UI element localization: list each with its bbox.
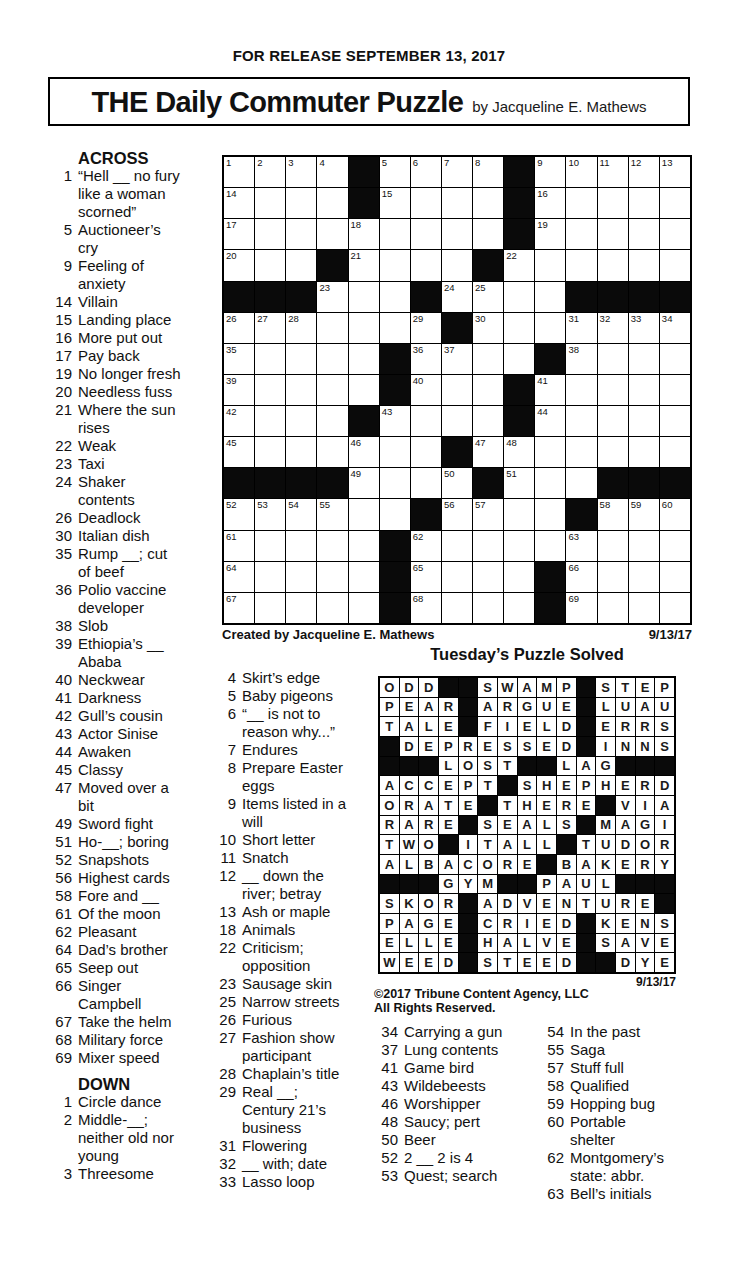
grid-cell[interactable]: [286, 344, 316, 374]
grid-cell[interactable]: [255, 531, 285, 561]
grid-cell[interactable]: 67: [224, 593, 254, 623]
cell-number: 16: [537, 188, 548, 199]
clue-text: Sword fight: [78, 815, 183, 833]
clue: 2Middle-__; neither old nor young: [52, 1111, 192, 1165]
solution-letter-cell: S: [518, 737, 537, 756]
grid-cell[interactable]: [535, 468, 565, 498]
grid-cell[interactable]: 62: [411, 531, 441, 561]
grid-cell[interactable]: 46: [349, 437, 379, 467]
grid-cell[interactable]: 16: [535, 188, 565, 218]
grid-cell[interactable]: 1: [224, 157, 254, 187]
grid-cell[interactable]: [660, 531, 690, 561]
clue-number: 44: [52, 743, 78, 761]
clue: 38Slob: [52, 617, 192, 635]
cell-number: 17: [226, 219, 237, 230]
grid-cell[interactable]: [411, 188, 441, 218]
grid-cell[interactable]: [504, 562, 534, 592]
grid-cell[interactable]: [442, 375, 472, 405]
grid-cell[interactable]: 52: [224, 499, 254, 529]
grid-cell[interactable]: 55: [317, 499, 347, 529]
grid-cell[interactable]: [255, 562, 285, 592]
grid-cell[interactable]: [317, 188, 347, 218]
grid-cell[interactable]: 44: [535, 406, 565, 436]
clue: 22Weak: [52, 437, 192, 455]
cell-number: 22: [506, 250, 517, 261]
grid-cell[interactable]: [380, 499, 410, 529]
grid-cell[interactable]: [504, 531, 534, 561]
grid-cell[interactable]: [411, 250, 441, 280]
puzzle-byline: by Jacqueline E. Mathews: [472, 99, 646, 114]
grid-cell[interactable]: 6: [411, 157, 441, 187]
grid-cell[interactable]: [473, 344, 503, 374]
grid-cell[interactable]: [349, 313, 379, 343]
grid-cell[interactable]: [629, 437, 659, 467]
grid-cell[interactable]: [255, 437, 285, 467]
clue-number: 21: [52, 401, 78, 437]
solution-letter-cell: R: [498, 698, 517, 717]
grid-cell[interactable]: [349, 593, 379, 623]
title-box: THE Daily Commuter Puzzle by Jacqueline …: [48, 77, 690, 126]
grid-cell[interactable]: [598, 188, 628, 218]
grid-cell[interactable]: [598, 375, 628, 405]
grid-cell[interactable]: [629, 562, 659, 592]
clue-number: 14: [52, 293, 78, 311]
grid-cell[interactable]: 65: [411, 562, 441, 592]
grid-cell[interactable]: 42: [224, 406, 254, 436]
block-cell: [349, 406, 379, 436]
solution-letter-cell: L: [400, 855, 419, 874]
grid-cell[interactable]: 41: [535, 375, 565, 405]
clue-text: Chaplain’s title: [242, 1065, 347, 1083]
grid-cell[interactable]: [660, 219, 690, 249]
solution-block-cell: [557, 835, 576, 854]
grid-cell[interactable]: [473, 406, 503, 436]
clue-text: __ down the river; betray: [242, 867, 347, 903]
grid-cell[interactable]: [566, 375, 596, 405]
solution-letter-cell: P: [380, 914, 399, 933]
grid-cell[interactable]: 5: [380, 157, 410, 187]
clue-text: Dad’s brother: [78, 941, 183, 959]
solution-letter-cell: A: [518, 816, 537, 835]
clue-text: Polio vaccine developer: [78, 581, 183, 617]
grid-cell[interactable]: [629, 219, 659, 249]
clue-text: Portable shelter: [570, 1113, 675, 1149]
solution-letter-cell: S: [655, 737, 674, 756]
grid-cell[interactable]: 59: [629, 499, 659, 529]
grid-cell[interactable]: [317, 406, 347, 436]
grid-cell[interactable]: 10: [566, 157, 596, 187]
grid-cell[interactable]: [504, 344, 534, 374]
grid-cell[interactable]: [535, 313, 565, 343]
grid-cell[interactable]: [598, 562, 628, 592]
block-cell: [349, 188, 379, 218]
grid-cell[interactable]: 50: [442, 468, 472, 498]
grid-cell[interactable]: [411, 219, 441, 249]
grid-cell[interactable]: 35: [224, 344, 254, 374]
grid-cell[interactable]: 66: [566, 562, 596, 592]
grid-cell[interactable]: [286, 406, 316, 436]
solution-letter-cell: O: [459, 757, 478, 776]
grid-cell[interactable]: [317, 531, 347, 561]
grid-cell[interactable]: 18: [349, 219, 379, 249]
clue-number: 32: [200, 1155, 242, 1173]
grid-cell[interactable]: 33: [629, 313, 659, 343]
grid-cell[interactable]: [473, 593, 503, 623]
grid-cell[interactable]: [317, 313, 347, 343]
grid-cell[interactable]: [286, 531, 316, 561]
clue-text: Gull’s cousin: [78, 707, 183, 725]
solution-letter-cell: L: [596, 698, 615, 717]
grid-cell[interactable]: 43: [380, 406, 410, 436]
solution-letter-cell: E: [636, 894, 655, 913]
solution-letter-cell: C: [419, 776, 438, 795]
clue-number: 38: [52, 617, 78, 635]
solution-block-cell: [380, 757, 399, 776]
solution-letter-cell: P: [537, 875, 556, 894]
grid-cell[interactable]: 9: [535, 157, 565, 187]
grid-cell[interactable]: [317, 219, 347, 249]
clue-text: Saga: [570, 1041, 675, 1059]
grid-cell[interactable]: [535, 437, 565, 467]
grid-cell[interactable]: 26: [224, 313, 254, 343]
clue-number: 25: [200, 993, 242, 1011]
clue-number: 16: [52, 329, 78, 347]
grid-cell[interactable]: [349, 499, 379, 529]
grid-cell[interactable]: [286, 375, 316, 405]
grid-cell[interactable]: [598, 531, 628, 561]
grid-cell[interactable]: [629, 344, 659, 374]
grid-cell[interactable]: 24: [442, 282, 472, 312]
solution-grid: ODDSWAMPSTEPPEARARGUELUAUTALEFIELDERRSDE…: [378, 676, 676, 974]
grid-cell[interactable]: 39: [224, 375, 254, 405]
grid-cell[interactable]: [317, 344, 347, 374]
grid-cell[interactable]: 47: [473, 437, 503, 467]
clue-text: Sausage skin: [242, 975, 347, 993]
solution-letter-cell: E: [557, 934, 576, 953]
solution-letter-cell: R: [498, 914, 517, 933]
solution-letter-cell: N: [636, 914, 655, 933]
grid-cell[interactable]: [286, 562, 316, 592]
solution-letter-cell: U: [537, 698, 556, 717]
grid-cell[interactable]: 7: [442, 157, 472, 187]
grid-cell[interactable]: 29: [411, 313, 441, 343]
grid-cell[interactable]: [473, 219, 503, 249]
grid-cell[interactable]: [504, 499, 534, 529]
cell-number: 65: [413, 562, 424, 573]
clue-column-down-4: 54In the past55Saga57Stuff full58Qualifi…: [538, 1023, 680, 1203]
grid-cell[interactable]: [380, 468, 410, 498]
solution-letter-cell: P: [557, 678, 576, 697]
down-clue-list-4: 54In the past55Saga57Stuff full58Qualifi…: [538, 1023, 680, 1203]
grid-cell[interactable]: [411, 468, 441, 498]
grid-cell[interactable]: [504, 282, 534, 312]
clue-text: Circle dance: [78, 1093, 183, 1111]
grid-cell[interactable]: 40: [411, 375, 441, 405]
solution-letter-cell: D: [616, 953, 635, 972]
grid-cell[interactable]: 23: [317, 282, 347, 312]
grid-cell[interactable]: [660, 250, 690, 280]
block-cell: [598, 282, 628, 312]
grid-cell[interactable]: [598, 344, 628, 374]
clue-text: “Hell __ no fury like a woman scorned”: [78, 167, 183, 221]
grid-cell[interactable]: [255, 406, 285, 436]
solution-block-cell: [577, 698, 596, 717]
grid-cell[interactable]: [473, 375, 503, 405]
clue-number: 35: [52, 545, 78, 581]
grid-cell[interactable]: [629, 406, 659, 436]
block-cell: [598, 468, 628, 498]
grid-cell[interactable]: 54: [286, 499, 316, 529]
cell-number: 64: [226, 562, 237, 573]
grid-cell[interactable]: 58: [598, 499, 628, 529]
solution-letter-cell: E: [439, 717, 458, 736]
clue-number: 28: [200, 1065, 242, 1083]
grid-cell[interactable]: [660, 188, 690, 218]
grid-cell[interactable]: 48: [504, 437, 534, 467]
solution-letter-cell: T: [498, 796, 517, 815]
grid-cell[interactable]: [286, 593, 316, 623]
grid-cell[interactable]: [598, 437, 628, 467]
solution-block-cell: [459, 717, 478, 736]
grid-cell[interactable]: 57: [473, 499, 503, 529]
grid-cell[interactable]: [442, 188, 472, 218]
grid-cell[interactable]: [566, 219, 596, 249]
clue-number: 58: [52, 887, 78, 905]
grid-cell[interactable]: [380, 219, 410, 249]
grid-cell[interactable]: 30: [473, 313, 503, 343]
grid-cell[interactable]: [411, 406, 441, 436]
grid-cell[interactable]: [255, 219, 285, 249]
solution-letter-cell: T: [577, 894, 596, 913]
grid-cell[interactable]: [535, 499, 565, 529]
grid-cell[interactable]: [442, 531, 472, 561]
grid-cell[interactable]: [629, 250, 659, 280]
grid-cell[interactable]: [566, 468, 596, 498]
clue: 21Where the sun rises: [52, 401, 192, 437]
solution-letter-cell: T: [380, 835, 399, 854]
grid-cell[interactable]: [380, 437, 410, 467]
grid-cell[interactable]: [598, 250, 628, 280]
clue-text: Singer Campbell: [78, 977, 183, 1013]
grid-cell[interactable]: 37: [442, 344, 472, 374]
grid-cell[interactable]: [317, 375, 347, 405]
clue-text: Stuff full: [570, 1059, 675, 1077]
grid-cell[interactable]: [380, 250, 410, 280]
solution-letter-cell: A: [577, 855, 596, 874]
grid-cell[interactable]: [255, 375, 285, 405]
grid-cell[interactable]: [286, 437, 316, 467]
block-cell: [473, 250, 503, 280]
grid-cell[interactable]: [317, 562, 347, 592]
cell-number: 56: [444, 499, 455, 510]
grid-cell[interactable]: 45: [224, 437, 254, 467]
solution-block-cell: [655, 894, 674, 913]
solution-letter-cell: O: [380, 796, 399, 815]
solution-letter-cell: E: [557, 776, 576, 795]
clue: 3Threesome: [52, 1165, 192, 1183]
grid-cell[interactable]: 22: [504, 250, 534, 280]
grid-cell[interactable]: 68: [411, 593, 441, 623]
down-header: DOWN: [78, 1075, 192, 1093]
grid-cell[interactable]: [629, 531, 659, 561]
grid-cell[interactable]: [380, 313, 410, 343]
grid-cell[interactable]: 32: [598, 313, 628, 343]
grid-cell[interactable]: [349, 562, 379, 592]
grid-cell[interactable]: [286, 188, 316, 218]
grid-cell[interactable]: [255, 593, 285, 623]
grid-cell[interactable]: [660, 375, 690, 405]
grid-cell[interactable]: 15: [380, 188, 410, 218]
cell-number: 58: [600, 499, 611, 510]
grid-cell[interactable]: [473, 188, 503, 218]
grid-cell[interactable]: [442, 406, 472, 436]
created-by-text: Created by Jacqueline E. Mathews: [222, 627, 434, 642]
grid-cell[interactable]: [473, 531, 503, 561]
clue-text: Middle-__; neither old nor young: [78, 1111, 183, 1165]
grid-cell[interactable]: 31: [566, 313, 596, 343]
block-cell: [349, 157, 379, 187]
grid-cell[interactable]: 17: [224, 219, 254, 249]
grid-cell[interactable]: 69: [566, 593, 596, 623]
grid-cell[interactable]: [317, 437, 347, 467]
grid-cell[interactable]: 14: [224, 188, 254, 218]
clue-number: 59: [538, 1095, 570, 1113]
grid-cell[interactable]: 49: [349, 468, 379, 498]
solution-letter-cell: I: [518, 914, 537, 933]
grid-cell[interactable]: [442, 593, 472, 623]
solution-letter-cell: A: [616, 934, 635, 953]
grid-cell[interactable]: 53: [255, 499, 285, 529]
grid-cell[interactable]: [598, 593, 628, 623]
grid-cell[interactable]: [660, 562, 690, 592]
cell-number: 61: [226, 531, 237, 542]
solution-letter-cell: U: [655, 698, 674, 717]
solution-block-cell: [577, 934, 596, 953]
grid-cell[interactable]: [286, 219, 316, 249]
grid-cell[interactable]: [473, 562, 503, 592]
grid-cell[interactable]: [504, 313, 534, 343]
clue-text: Qualified: [570, 1077, 675, 1095]
grid-cell[interactable]: 13: [660, 157, 690, 187]
grid-cell[interactable]: 19: [535, 219, 565, 249]
grid-cell[interactable]: 56: [442, 499, 472, 529]
grid-cell[interactable]: 12: [629, 157, 659, 187]
cell-number: 30: [475, 313, 486, 324]
grid-cell[interactable]: [629, 593, 659, 623]
grid-cell[interactable]: [535, 282, 565, 312]
grid-cell[interactable]: [442, 219, 472, 249]
grid-cell[interactable]: 61: [224, 531, 254, 561]
cell-number: 32: [600, 313, 611, 324]
grid-cell[interactable]: [660, 593, 690, 623]
grid-cell[interactable]: 34: [660, 313, 690, 343]
grid-cell[interactable]: 38: [566, 344, 596, 374]
block-cell: [504, 406, 534, 436]
clue-text: Carrying a gun: [404, 1023, 509, 1041]
clue-number: 47: [52, 779, 78, 815]
grid-cell[interactable]: [255, 344, 285, 374]
grid-cell[interactable]: 64: [224, 562, 254, 592]
grid-cell[interactable]: [660, 437, 690, 467]
grid-cell[interactable]: 2: [255, 157, 285, 187]
copyright-line-1: ©2017 Tribune Content Agency, LLC: [374, 987, 589, 1001]
grid-cell[interactable]: [660, 344, 690, 374]
clue-number: 62: [538, 1149, 570, 1185]
cell-number: 21: [351, 250, 362, 261]
clue-number: 36: [52, 581, 78, 617]
grid-cell[interactable]: [660, 406, 690, 436]
grid-cell[interactable]: 27: [255, 313, 285, 343]
grid-cell[interactable]: 11: [598, 157, 628, 187]
solution-letter-cell: O: [478, 855, 497, 874]
grid-cell[interactable]: 4: [317, 157, 347, 187]
grid-cell[interactable]: [598, 219, 628, 249]
solution-letter-cell: S: [518, 776, 537, 795]
grid-cell[interactable]: [598, 406, 628, 436]
grid-cell[interactable]: 51: [504, 468, 534, 498]
grid-cell[interactable]: [411, 437, 441, 467]
grid-cell[interactable]: [629, 188, 659, 218]
grid-cell[interactable]: [380, 282, 410, 312]
cell-number: 59: [631, 499, 642, 510]
grid-cell[interactable]: [535, 250, 565, 280]
grid-cell[interactable]: [566, 188, 596, 218]
clue-text: Prepare Easter eggs: [242, 759, 347, 795]
cell-number: 31: [568, 313, 579, 324]
grid-cell[interactable]: [349, 282, 379, 312]
grid-cell[interactable]: 63: [566, 531, 596, 561]
grid-cell[interactable]: [535, 531, 565, 561]
grid-cell[interactable]: 36: [411, 344, 441, 374]
grid-cell[interactable]: [317, 593, 347, 623]
clue-number: 13: [200, 903, 242, 921]
clue: 52Snapshots: [52, 851, 192, 869]
grid-cell[interactable]: 28: [286, 313, 316, 343]
grid-cell[interactable]: [566, 437, 596, 467]
grid-cell[interactable]: [349, 375, 379, 405]
grid-cell[interactable]: [504, 593, 534, 623]
solution-letter-cell: A: [400, 816, 419, 835]
block-cell: [660, 282, 690, 312]
grid-cell[interactable]: 8: [473, 157, 503, 187]
grid-cell[interactable]: [286, 250, 316, 280]
solution-letter-cell: Y: [655, 855, 674, 874]
solution-letter-cell: R: [459, 737, 478, 756]
grid-cell[interactable]: 25: [473, 282, 503, 312]
clue: 55Saga: [538, 1041, 680, 1059]
puzzle-page: { "game": "crossword — The Daily Commute…: [0, 0, 738, 1275]
clue-text: Snatch: [242, 849, 347, 867]
clue-number: 1: [52, 167, 78, 221]
clue-number: 27: [200, 1029, 242, 1065]
grid-cell[interactable]: 20: [224, 250, 254, 280]
grid-cell[interactable]: [566, 250, 596, 280]
grid-cell[interactable]: [566, 406, 596, 436]
clue-number: 65: [52, 959, 78, 977]
grid-cell[interactable]: [442, 562, 472, 592]
grid-cell[interactable]: 21: [349, 250, 379, 280]
grid-cell[interactable]: [255, 188, 285, 218]
grid-cell[interactable]: [629, 375, 659, 405]
grid-cell[interactable]: 3: [286, 157, 316, 187]
grid-cell[interactable]: [442, 250, 472, 280]
cell-number: 54: [288, 499, 299, 510]
clue-number: 39: [52, 635, 78, 671]
grid-cell[interactable]: 60: [660, 499, 690, 529]
grid-cell[interactable]: [349, 531, 379, 561]
grid-cell[interactable]: [349, 344, 379, 374]
grid-cell[interactable]: [255, 250, 285, 280]
